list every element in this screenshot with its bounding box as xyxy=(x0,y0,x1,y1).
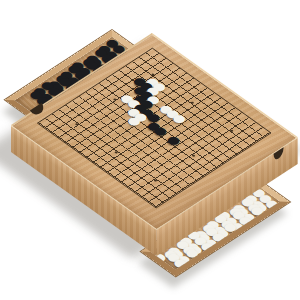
black-stone: ● xyxy=(154,127,167,136)
white-stone: ● xyxy=(128,117,141,126)
go-set-photo: ●●●●●●●●●●●●●●●●●●●●●●●●●●●●●●●●●●●●●● ●… xyxy=(0,0,300,300)
white-stone: ● xyxy=(174,258,188,268)
white-stone: ● xyxy=(173,114,186,123)
black-stone: ● xyxy=(167,136,180,145)
